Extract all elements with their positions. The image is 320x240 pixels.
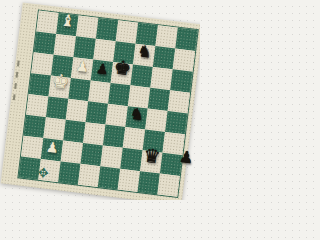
square-g5[interactable] [148,88,170,111]
square-g6[interactable] [150,67,172,90]
piece-black-knight[interactable]: ♞ [137,43,153,61]
piece-black-knight[interactable]: ♞ [129,105,145,123]
square-e5[interactable] [108,83,130,106]
square-f1[interactable] [118,169,140,192]
square-h4[interactable] [165,111,187,134]
square-b8[interactable]: ♝ [56,13,78,36]
piece-white-pawn[interactable]: ♟ [75,58,89,73]
square-d7[interactable] [93,39,115,62]
square-h2[interactable] [160,153,182,176]
board-edge-print-marks [13,60,24,100]
square-g7[interactable] [153,46,175,69]
square-g3[interactable] [143,129,165,152]
square-a4[interactable] [26,94,48,117]
square-a3[interactable] [24,115,46,138]
square-c4[interactable] [66,99,88,122]
square-d4[interactable] [86,101,108,124]
chess-board-sheet: ♝♞♟♟♚♚♞♟♛ ✥ ♟ [1,3,200,200]
square-a5[interactable] [29,73,51,96]
square-g8[interactable] [155,25,177,48]
square-e2[interactable] [100,145,122,168]
square-c7[interactable] [73,36,95,59]
square-h1[interactable] [157,174,179,197]
square-a6[interactable] [31,52,53,75]
square-e3[interactable] [103,125,125,148]
square-b5[interactable]: ♚ [49,76,71,99]
square-f3[interactable] [123,127,145,150]
square-d8[interactable] [96,18,118,41]
square-b2[interactable]: ♟ [41,138,63,161]
square-e4[interactable] [106,104,128,127]
square-f7[interactable]: ♞ [133,44,155,67]
square-b6[interactable] [51,55,73,78]
square-b3[interactable] [43,117,65,140]
square-f2[interactable] [120,148,142,171]
square-d2[interactable] [81,143,103,166]
square-a2[interactable] [21,136,43,159]
square-e6[interactable]: ♚ [111,62,133,85]
square-c8[interactable] [76,15,98,38]
square-e7[interactable] [113,41,135,64]
square-d3[interactable] [83,122,105,145]
square-h3[interactable] [163,132,185,155]
square-c3[interactable] [63,120,85,143]
square-h6[interactable] [170,69,192,92]
square-h5[interactable] [168,90,190,113]
square-a8[interactable] [36,11,58,34]
square-b4[interactable] [46,96,68,119]
square-h8[interactable] [175,28,197,51]
rosette-emblem-icon: ✥ [34,164,52,182]
square-h7[interactable] [173,49,195,72]
square-f4[interactable]: ♞ [125,106,147,129]
square-c6[interactable]: ♟ [71,57,93,80]
square-f8[interactable] [136,23,158,46]
square-c1[interactable] [58,161,80,184]
square-d5[interactable] [88,80,110,103]
square-a7[interactable] [34,31,56,54]
square-c2[interactable] [61,141,83,164]
square-g4[interactable] [145,109,167,132]
square-g2[interactable]: ♛ [140,150,162,173]
square-b7[interactable] [54,34,76,57]
square-e1[interactable] [98,166,120,189]
square-d1[interactable] [78,164,100,187]
square-d6[interactable]: ♟ [91,60,113,83]
square-f5[interactable] [128,85,150,108]
square-e8[interactable] [116,20,138,43]
square-c5[interactable] [68,78,90,101]
square-g1[interactable] [138,171,160,194]
piece-white-pawn[interactable]: ♟ [45,139,59,154]
piece-white-bishop[interactable]: ♝ [60,12,76,30]
square-f6[interactable] [130,64,152,87]
piece-black-pawn[interactable]: ♟ [95,61,109,76]
